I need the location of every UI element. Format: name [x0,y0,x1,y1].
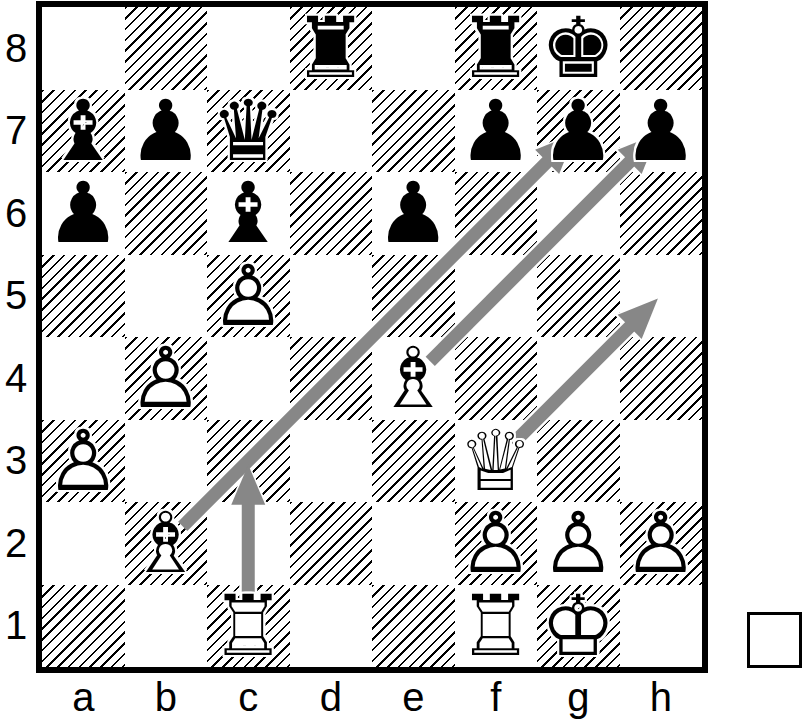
rank-label-1: 1 [0,585,32,668]
piece-outline-layer: ♙ [207,255,290,338]
rank-labels: 87654321 [0,7,32,667]
square-d8: ♜ [290,7,373,90]
square-g1: ♚♔ [537,585,620,668]
black-pawn-h7: ♟ [620,90,703,173]
black-pawn-a6: ♟ [42,172,125,255]
piece-glyph-layer: ♚ [537,7,620,90]
square-a1 [42,585,125,668]
square-c7: ♛ [207,90,290,173]
white-pawn-f2: ♟♙ [455,502,538,585]
square-d7 [290,90,373,173]
file-label-h: h [620,674,703,720]
square-b5 [125,255,208,338]
chess-diagram: 87654321 ♜♜♚♝♟♛♟♟♟♟♝♟♟♙♟♙♝♗♟♙♛♕♝♗♟♙♟♙♟♙♜… [0,0,803,723]
square-g2: ♟♙ [537,502,620,585]
square-h7: ♟ [620,90,703,173]
square-g5 [537,255,620,338]
rank-label-5: 5 [0,255,32,338]
square-e8 [372,7,455,90]
square-b8 [125,7,208,90]
white-pawn-c5: ♟♙ [207,255,290,338]
black-rook-d8: ♜ [290,7,373,90]
piece-outline-layer: ♙ [620,502,703,585]
piece-glyph-layer: ♟ [42,172,125,255]
square-e6: ♟ [372,172,455,255]
black-pawn-e6: ♟ [372,172,455,255]
square-a7: ♝ [42,90,125,173]
file-label-a: a [42,674,125,720]
square-e7 [372,90,455,173]
piece-outline-layer: ♗ [125,502,208,585]
rank-label-8: 8 [0,7,32,90]
square-a2 [42,502,125,585]
black-pawn-g7: ♟ [537,90,620,173]
side-to-move-indicator [747,612,802,668]
square-f6 [455,172,538,255]
square-c1: ♜♖ [207,585,290,668]
file-labels: abcdefgh [42,674,702,720]
rank-label-7: 7 [0,90,32,173]
square-d6 [290,172,373,255]
white-bishop-e4: ♝♗ [372,337,455,420]
square-e5 [372,255,455,338]
piece-glyph-layer: ♜ [455,7,538,90]
file-label-f: f [455,674,538,720]
file-label-e: e [372,674,455,720]
square-c4 [207,337,290,420]
file-label-g: g [537,674,620,720]
black-pawn-b7: ♟ [125,90,208,173]
piece-glyph-layer: ♝ [42,90,125,173]
file-label-c: c [207,674,290,720]
square-b1 [125,585,208,668]
square-h1 [620,585,703,668]
black-bishop-a7: ♝ [42,90,125,173]
white-pawn-a3: ♟♙ [42,420,125,503]
piece-outline-layer: ♕ [455,420,538,503]
piece-outline-layer: ♖ [207,585,290,668]
square-c5: ♟♙ [207,255,290,338]
square-d3 [290,420,373,503]
piece-glyph-layer: ♟ [537,90,620,173]
piece-glyph-layer: ♟ [125,90,208,173]
square-d2 [290,502,373,585]
square-e2 [372,502,455,585]
square-c2 [207,502,290,585]
file-label-d: d [290,674,373,720]
piece-glyph-layer: ♟ [620,90,703,173]
piece-glyph-layer: ♛ [207,90,290,173]
rank-label-6: 6 [0,172,32,255]
white-bishop-b2: ♝♗ [125,502,208,585]
square-g3 [537,420,620,503]
piece-outline-layer: ♗ [372,337,455,420]
rank-label-2: 2 [0,502,32,585]
square-h3 [620,420,703,503]
square-g7: ♟ [537,90,620,173]
square-b2: ♝♗ [125,502,208,585]
piece-glyph-layer: ♝ [207,172,290,255]
square-h6 [620,172,703,255]
piece-outline-layer: ♔ [537,585,620,668]
rank-label-4: 4 [0,337,32,420]
square-f3: ♛♕ [455,420,538,503]
square-a8 [42,7,125,90]
square-a6: ♟ [42,172,125,255]
square-b4: ♟♙ [125,337,208,420]
square-g6 [537,172,620,255]
black-rook-f8: ♜ [455,7,538,90]
square-d4 [290,337,373,420]
square-h8 [620,7,703,90]
piece-outline-layer: ♙ [42,420,125,503]
square-h2: ♟♙ [620,502,703,585]
piece-outline-layer: ♙ [125,337,208,420]
square-g8: ♚ [537,7,620,90]
white-king-g1: ♚♔ [537,585,620,668]
white-pawn-h2: ♟♙ [620,502,703,585]
square-h4 [620,337,703,420]
piece-glyph-layer: ♟ [455,90,538,173]
white-queen-f3: ♛♕ [455,420,538,503]
chess-board: ♜♜♚♝♟♛♟♟♟♟♝♟♟♙♟♙♝♗♟♙♛♕♝♗♟♙♟♙♟♙♜♖♜♖♚♔ [36,1,708,673]
file-label-b: b [125,674,208,720]
white-pawn-g2: ♟♙ [537,502,620,585]
square-a4 [42,337,125,420]
square-c3 [207,420,290,503]
black-king-g8: ♚ [537,7,620,90]
square-f2: ♟♙ [455,502,538,585]
square-e1 [372,585,455,668]
square-f7: ♟ [455,90,538,173]
white-rook-f1: ♜♖ [455,585,538,668]
square-f1: ♜♖ [455,585,538,668]
square-e3 [372,420,455,503]
piece-glyph-layer: ♟ [372,172,455,255]
square-f5 [455,255,538,338]
square-b7: ♟ [125,90,208,173]
rank-label-3: 3 [0,420,32,503]
square-c6: ♝ [207,172,290,255]
black-queen-c7: ♛ [207,90,290,173]
black-pawn-f7: ♟ [455,90,538,173]
square-b3 [125,420,208,503]
square-c8 [207,7,290,90]
square-e4: ♝♗ [372,337,455,420]
square-g4 [537,337,620,420]
piece-outline-layer: ♙ [537,502,620,585]
piece-glyph-layer: ♜ [290,7,373,90]
square-h5 [620,255,703,338]
square-a3: ♟♙ [42,420,125,503]
square-b6 [125,172,208,255]
square-a5 [42,255,125,338]
square-d5 [290,255,373,338]
white-rook-c1: ♜♖ [207,585,290,668]
white-pawn-b4: ♟♙ [125,337,208,420]
square-f8: ♜ [455,7,538,90]
square-d1 [290,585,373,668]
square-f4 [455,337,538,420]
black-bishop-c6: ♝ [207,172,290,255]
piece-outline-layer: ♙ [455,502,538,585]
piece-outline-layer: ♖ [455,585,538,668]
